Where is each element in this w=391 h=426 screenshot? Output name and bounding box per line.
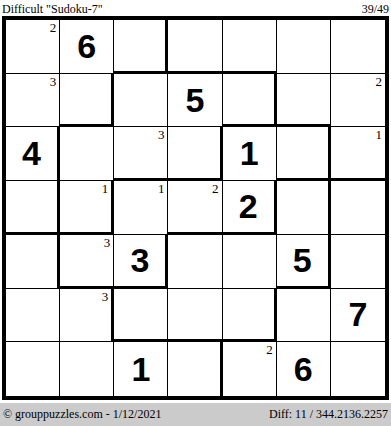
page-title: Difficult "Sudoku-7" — [2, 2, 103, 16]
cell-r4c5[interactable]: 5 — [277, 235, 331, 289]
pencil-mark: 2 — [50, 20, 57, 36]
cell-r0c0[interactable]: 2 — [6, 20, 60, 74]
cell-r3c1[interactable]: 1 — [60, 181, 114, 235]
cell-r4c4[interactable] — [223, 235, 277, 289]
cell-r1c2[interactable] — [114, 74, 168, 128]
cell-r6c4[interactable]: 2 — [223, 342, 277, 396]
given-digit: 4 — [6, 127, 57, 180]
cell-r0c3[interactable] — [168, 20, 222, 74]
cell-r6c0[interactable] — [6, 342, 60, 396]
pencil-mark: 3 — [50, 74, 57, 90]
board: 263524311112233537126 — [2, 16, 389, 400]
cell-r6c5[interactable]: 6 — [277, 342, 331, 396]
pencil-mark: 2 — [212, 181, 219, 197]
cell-r6c1[interactable] — [60, 342, 114, 396]
cell-r0c5[interactable] — [277, 20, 331, 74]
cell-r3c2[interactable]: 1 — [114, 181, 168, 235]
cell-r6c2[interactable]: 1 — [114, 342, 168, 396]
cell-r1c3[interactable]: 5 — [168, 74, 222, 128]
cell-r5c6[interactable]: 7 — [331, 289, 385, 343]
pencil-mark: 1 — [158, 181, 165, 197]
cell-r2c1[interactable] — [60, 127, 114, 181]
given-digit: 5 — [277, 235, 328, 286]
cell-r3c3[interactable]: 2 — [168, 181, 222, 235]
cell-r4c0[interactable] — [6, 235, 60, 289]
cell-r5c4[interactable] — [223, 289, 277, 343]
cell-r1c0[interactable]: 3 — [6, 74, 60, 128]
cell-r3c0[interactable] — [6, 181, 60, 235]
given-digit: 1 — [223, 127, 276, 180]
cell-r3c6[interactable] — [331, 181, 385, 235]
pencil-mark: 3 — [158, 127, 165, 143]
cell-r5c5[interactable] — [277, 289, 331, 343]
given-digit: 3 — [114, 235, 165, 286]
pencil-mark: 1 — [375, 127, 382, 143]
cell-r3c4[interactable]: 2 — [223, 181, 277, 235]
cell-r1c6[interactable]: 2 — [331, 74, 385, 128]
given-digit: 5 — [168, 74, 221, 127]
given-digit: 2 — [223, 181, 274, 232]
cell-r2c3[interactable] — [168, 127, 222, 181]
pencil-mark: 3 — [102, 289, 109, 305]
cell-r6c6[interactable] — [331, 342, 385, 396]
cell-r2c0[interactable]: 4 — [6, 127, 60, 181]
pencil-mark: 2 — [375, 74, 382, 90]
cell-r3c5[interactable] — [277, 181, 331, 235]
cell-r0c2[interactable] — [114, 20, 168, 74]
cell-r0c1[interactable]: 6 — [60, 20, 114, 74]
cell-r1c1[interactable] — [60, 74, 114, 128]
footer: © grouppuzzles.com - 1/12/2021 Diff: 11 … — [0, 403, 391, 426]
given-digit: 1 — [114, 342, 167, 396]
cell-r0c4[interactable] — [223, 20, 277, 74]
cell-r4c2[interactable]: 3 — [114, 235, 168, 289]
cell-r2c4[interactable]: 1 — [223, 127, 277, 181]
cell-r4c6[interactable] — [331, 235, 385, 289]
given-digit: 7 — [331, 289, 385, 342]
cell-r5c0[interactable] — [6, 289, 60, 343]
copyright-text: © grouppuzzles.com - 1/12/2021 — [3, 407, 161, 422]
pencil-mark: 1 — [102, 181, 109, 197]
cell-r5c3[interactable] — [168, 289, 222, 343]
pencil-mark: 2 — [266, 342, 273, 358]
pencil-mark: 3 — [104, 235, 111, 251]
header: Difficult "Sudoku-7" 39/49 — [0, 0, 391, 16]
cell-r2c2[interactable]: 3 — [114, 127, 168, 181]
cell-r0c6[interactable] — [331, 20, 385, 74]
given-digit: 6 — [60, 20, 113, 73]
cell-r4c1[interactable]: 3 — [60, 235, 114, 289]
cell-r4c3[interactable] — [168, 235, 222, 289]
cell-r2c5[interactable] — [277, 127, 331, 181]
difficulty-text: Diff: 11 / 344.2136.2257 — [269, 407, 388, 422]
puzzle-counter: 39/49 — [362, 2, 389, 16]
given-digit: 6 — [277, 342, 330, 396]
cell-r2c6[interactable]: 1 — [331, 127, 385, 181]
cell-r5c2[interactable] — [114, 289, 168, 343]
cell-r6c3[interactable] — [168, 342, 222, 396]
cell-r1c5[interactable] — [277, 74, 331, 128]
cell-r1c4[interactable] — [223, 74, 277, 128]
cell-r5c1[interactable]: 3 — [60, 289, 114, 343]
